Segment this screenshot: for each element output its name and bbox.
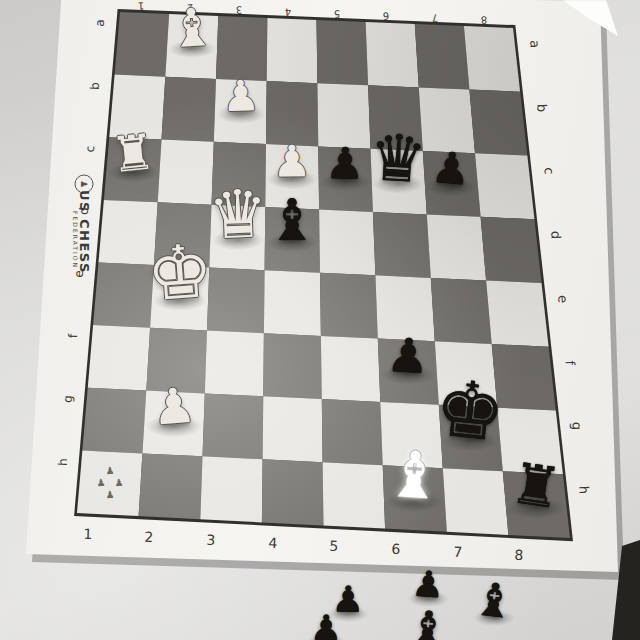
piece-black-pawn-captured-2[interactable]: ♟ — [410, 565, 445, 603]
file-label-left-g: g — [61, 395, 75, 403]
rank-label-bottom-6: 6 — [391, 541, 400, 557]
file-label-left-a: a — [93, 19, 107, 27]
corner-logo-pawn-icon: ♟ — [105, 466, 115, 477]
us-chess-logo-text: US CHESS — [77, 190, 92, 274]
piece-black-pawn-f6[interactable]: ♟ — [385, 331, 431, 381]
file-label-right-d: d — [548, 231, 563, 240]
file-label-left-h: h — [56, 458, 70, 466]
rank-label-top-7: 7 — [432, 12, 439, 23]
piece-black-pawn-captured-4[interactable]: ♟ — [310, 610, 343, 640]
file-label-right-e: e — [555, 295, 570, 304]
table-background: 1122334455667788aabbccddeeffgghh♟♟♟♟♟♝♟♜… — [0, 0, 640, 640]
file-label-right-b: b — [534, 103, 549, 112]
file-label-left-c: c — [82, 145, 96, 152]
rank-label-top-5: 5 — [334, 8, 341, 19]
piece-white-rook-c1[interactable]: ♜ — [109, 127, 157, 180]
rank-label-top-6: 6 — [383, 10, 390, 21]
piece-black-rook-h8[interactable]: ♜ — [507, 454, 565, 517]
rank-label-bottom-1: 1 — [83, 525, 92, 541]
file-label-right-g: g — [570, 422, 585, 431]
piece-white-bishop-h6[interactable]: ♝ — [384, 443, 446, 511]
file-label-right-h: h — [577, 486, 592, 495]
corner-logo-pawn-icon: ♟ — [96, 478, 106, 489]
piece-white-king-e2[interactable]: ♚ — [144, 233, 215, 311]
rank-label-bottom-7: 7 — [453, 544, 462, 560]
rank-label-top-3: 3 — [235, 4, 242, 15]
piece-white-pawn-g2[interactable]: ♟ — [150, 381, 197, 433]
rank-label-bottom-2: 2 — [145, 529, 154, 545]
piece-white-pawn-c4[interactable]: ♟ — [273, 140, 312, 184]
rank-label-bottom-3: 3 — [206, 532, 215, 548]
file-label-right-c: c — [541, 168, 556, 176]
piece-black-pawn-c5[interactable]: ♟ — [325, 142, 365, 187]
rank-label-bottom-8: 8 — [514, 547, 523, 563]
rank-label-top-8: 8 — [481, 14, 488, 25]
us-chess-logo-subtext: FEDERATION — [72, 211, 79, 269]
corner-logo-pawn-icon: ♟ — [114, 478, 124, 489]
rank-label-top-4: 4 — [284, 6, 291, 17]
chessboard: 1122334455667788aabbccddeeffgghh♟♟♟♟♟♝♟♜… — [0, 0, 640, 640]
piece-black-pawn-c7[interactable]: ♟ — [430, 146, 473, 193]
piece-black-queen-c6[interactable]: ♛ — [367, 126, 429, 194]
piece-black-bishop-d4[interactable]: ♝ — [266, 192, 318, 250]
piece-white-pawn-b3[interactable]: ♟ — [221, 75, 260, 119]
piece-black-bishop-captured-3[interactable]: ♝ — [471, 575, 518, 626]
rank-label-top-1: 1 — [137, 0, 144, 11]
rank-label-bottom-4: 4 — [268, 535, 277, 551]
file-label-left-b: b — [88, 82, 102, 90]
piece-white-queen-d3[interactable]: ♛ — [207, 181, 269, 250]
piece-white-bishop-a2[interactable]: ♝ — [167, 1, 217, 56]
file-label-right-a: a — [527, 40, 542, 48]
corner-logo-pawn-icon: ♟ — [105, 490, 115, 501]
piece-black-bishop-captured-5[interactable]: ♝ — [406, 604, 451, 640]
rank-label-bottom-5: 5 — [330, 538, 339, 554]
file-label-right-f: f — [563, 360, 578, 365]
